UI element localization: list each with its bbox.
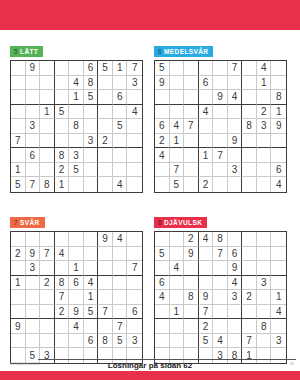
sudoku-cell[interactable] (69, 177, 84, 192)
sudoku-cell[interactable] (184, 76, 199, 91)
sudoku-cell[interactable]: 1 (69, 261, 84, 276)
sudoku-cell[interactable] (184, 319, 199, 334)
sudoku-cell[interactable]: 9 (69, 305, 84, 320)
sudoku-cell[interactable] (127, 90, 142, 105)
sudoku-cell[interactable] (69, 334, 84, 349)
sudoku-cell[interactable] (55, 76, 70, 91)
sudoku-cell[interactable] (55, 261, 70, 276)
sudoku-cell[interactable]: 3 (69, 148, 84, 163)
sudoku-cell[interactable] (170, 276, 185, 291)
sudoku-cell[interactable] (184, 105, 199, 120)
sudoku-cell[interactable] (40, 61, 55, 76)
sudoku-cell[interactable] (271, 247, 286, 262)
sudoku-cell[interactable] (127, 177, 142, 192)
sudoku-cell[interactable]: 4 (257, 61, 272, 76)
sudoku-cell[interactable]: 4 (155, 290, 170, 305)
sudoku-cell[interactable]: 3 (257, 119, 272, 134)
sudoku-cell[interactable] (242, 276, 257, 291)
sudoku-cell[interactable] (69, 247, 84, 262)
sudoku-cell[interactable]: 7 (184, 119, 199, 134)
sudoku-cell[interactable]: 7 (127, 261, 142, 276)
sudoku-cell[interactable] (69, 134, 84, 149)
sudoku-cell[interactable] (242, 232, 257, 247)
sudoku-cell[interactable] (170, 334, 185, 349)
sudoku-cell[interactable] (127, 276, 142, 291)
sudoku-cell[interactable] (98, 119, 113, 134)
sudoku-cell[interactable] (170, 247, 185, 262)
sudoku-cell[interactable]: 2 (184, 232, 199, 247)
sudoku-cell[interactable] (228, 148, 243, 163)
sudoku-cell[interactable] (40, 232, 55, 247)
sudoku-cell[interactable] (184, 261, 199, 276)
sudoku-cell[interactable] (257, 290, 272, 305)
sudoku-cell[interactable]: 4 (271, 177, 286, 192)
sudoku-cell[interactable]: 6 (199, 76, 214, 91)
sudoku-cell[interactable] (55, 90, 70, 105)
sudoku-cell[interactable] (170, 319, 185, 334)
sudoku-cell[interactable] (184, 90, 199, 105)
sudoku-cell[interactable]: 5 (69, 163, 84, 178)
sudoku-cell[interactable] (98, 290, 113, 305)
sudoku-cell[interactable]: 6 (155, 276, 170, 291)
sudoku-cell[interactable] (242, 76, 257, 91)
sudoku-cell[interactable] (228, 177, 243, 192)
sudoku-cell[interactable] (213, 61, 228, 76)
sudoku-cell[interactable] (113, 290, 128, 305)
sudoku-cell[interactable] (213, 177, 228, 192)
sudoku-cell[interactable]: 1 (55, 177, 70, 192)
sudoku-cell[interactable] (257, 232, 272, 247)
sudoku-cell[interactable] (113, 148, 128, 163)
sudoku-cell[interactable]: 7 (213, 148, 228, 163)
sudoku-cell[interactable] (184, 305, 199, 320)
sudoku-cell[interactable]: 5 (155, 61, 170, 76)
sudoku-cell[interactable] (242, 105, 257, 120)
sudoku-cell[interactable] (113, 305, 128, 320)
sudoku-cell[interactable] (127, 232, 142, 247)
sudoku-cell[interactable] (69, 290, 84, 305)
sudoku-cell[interactable]: 9 (155, 76, 170, 91)
sudoku-cell[interactable]: 4 (69, 76, 84, 91)
sudoku-cell[interactable]: 1 (69, 90, 84, 105)
sudoku-cell[interactable] (40, 319, 55, 334)
sudoku-cell[interactable]: 7 (213, 247, 228, 262)
sudoku-cell[interactable]: 4 (113, 177, 128, 192)
sudoku-cell[interactable] (40, 305, 55, 320)
sudoku-cell[interactable] (257, 247, 272, 262)
sudoku-cell[interactable]: 9 (26, 61, 41, 76)
sudoku-cell[interactable] (26, 276, 41, 291)
sudoku-cell[interactable] (84, 148, 99, 163)
sudoku-cell[interactable] (184, 334, 199, 349)
sudoku-cell[interactable] (199, 163, 214, 178)
sudoku-cell[interactable]: 1 (11, 163, 26, 178)
sudoku-cell[interactable] (184, 163, 199, 178)
sudoku-cell[interactable] (55, 119, 70, 134)
sudoku-cell[interactable]: 5 (155, 247, 170, 262)
sudoku-cell[interactable] (26, 76, 41, 91)
sudoku-cell[interactable]: 1 (257, 76, 272, 91)
sudoku-cell[interactable] (155, 177, 170, 192)
sudoku-cell[interactable]: 6 (69, 276, 84, 291)
sudoku-cell[interactable] (257, 305, 272, 320)
sudoku-cell[interactable]: 4 (170, 261, 185, 276)
sudoku-cell[interactable]: 7 (127, 61, 142, 76)
sudoku-cell[interactable]: 8 (242, 119, 257, 134)
sudoku-cell[interactable] (213, 119, 228, 134)
sudoku-cell[interactable] (213, 76, 228, 91)
sudoku-cell[interactable]: 5 (55, 105, 70, 120)
sudoku-cell[interactable] (257, 334, 272, 349)
sudoku-cell[interactable] (242, 134, 257, 149)
sudoku-cell[interactable] (84, 247, 99, 262)
sudoku-cell[interactable]: 2 (40, 276, 55, 291)
sudoku-cell[interactable]: 5 (170, 177, 185, 192)
sudoku-cell[interactable] (84, 163, 99, 178)
sudoku-cell[interactable] (155, 163, 170, 178)
sudoku-cell[interactable] (55, 134, 70, 149)
sudoku-cell[interactable] (11, 305, 26, 320)
sudoku-cell[interactable] (98, 163, 113, 178)
sudoku-cell[interactable] (242, 177, 257, 192)
sudoku-cell[interactable] (213, 290, 228, 305)
sudoku-cell[interactable] (199, 90, 214, 105)
sudoku-cell[interactable] (11, 148, 26, 163)
sudoku-cell[interactable] (242, 90, 257, 105)
sudoku-cell[interactable] (199, 247, 214, 262)
sudoku-cell[interactable] (242, 261, 257, 276)
sudoku-cell[interactable]: 4 (170, 119, 185, 134)
sudoku-cell[interactable] (26, 305, 41, 320)
sudoku-cell[interactable]: 3 (26, 261, 41, 276)
sudoku-cell[interactable] (11, 119, 26, 134)
sudoku-cell[interactable] (170, 105, 185, 120)
sudoku-cell[interactable] (11, 290, 26, 305)
sudoku-cell[interactable] (69, 232, 84, 247)
sudoku-cell[interactable] (257, 177, 272, 192)
sudoku-cell[interactable] (127, 163, 142, 178)
sudoku-cell[interactable] (170, 232, 185, 247)
sudoku-cell[interactable] (40, 163, 55, 178)
sudoku-cell[interactable]: 9 (228, 261, 243, 276)
sudoku-cell[interactable]: 8 (98, 334, 113, 349)
sudoku-cell[interactable]: 8 (184, 290, 199, 305)
sudoku-cell[interactable] (155, 232, 170, 247)
sudoku-cell[interactable] (113, 76, 128, 91)
sudoku-cell[interactable]: 1 (40, 105, 55, 120)
sudoku-cell[interactable]: 2 (55, 305, 70, 320)
sudoku-cell[interactable] (55, 61, 70, 76)
sudoku-cell[interactable] (84, 119, 99, 134)
sudoku-cell[interactable]: 1 (113, 61, 128, 76)
sudoku-cell[interactable]: 8 (69, 119, 84, 134)
sudoku-cell[interactable] (40, 334, 55, 349)
sudoku-cell[interactable]: 8 (55, 276, 70, 291)
sudoku-cell[interactable]: 3 (257, 276, 272, 291)
sudoku-cell[interactable] (127, 148, 142, 163)
sudoku-cell[interactable] (271, 148, 286, 163)
sudoku-cell[interactable]: 5 (113, 119, 128, 134)
sudoku-cell[interactable] (271, 134, 286, 149)
sudoku-cell[interactable] (40, 290, 55, 305)
sudoku-cell[interactable]: 7 (170, 163, 185, 178)
sudoku-cell[interactable] (55, 232, 70, 247)
sudoku-cell[interactable]: 9 (271, 119, 286, 134)
sudoku-cell[interactable] (228, 76, 243, 91)
sudoku-cell[interactable] (40, 148, 55, 163)
sudoku-cell[interactable]: 9 (11, 319, 26, 334)
sudoku-cell[interactable] (84, 261, 99, 276)
sudoku-cell[interactable] (257, 134, 272, 149)
sudoku-cell[interactable] (11, 232, 26, 247)
sudoku-cell[interactable] (155, 261, 170, 276)
sudoku-cell[interactable]: 6 (155, 119, 170, 134)
sudoku-cell[interactable] (127, 290, 142, 305)
sudoku-cell[interactable] (242, 163, 257, 178)
sudoku-cell[interactable] (271, 276, 286, 291)
sudoku-cell[interactable]: 5 (84, 90, 99, 105)
sudoku-cell[interactable] (26, 105, 41, 120)
sudoku-cell[interactable] (271, 232, 286, 247)
sudoku-cell[interactable]: 2 (155, 134, 170, 149)
sudoku-cell[interactable]: 6 (26, 148, 41, 163)
sudoku-cell[interactable]: 9 (184, 247, 199, 262)
sudoku-cell[interactable] (98, 76, 113, 91)
sudoku-cell[interactable] (242, 247, 257, 262)
sudoku-cell[interactable]: 9 (228, 134, 243, 149)
sudoku-cell[interactable]: 1 (199, 148, 214, 163)
sudoku-cell[interactable]: 2 (199, 177, 214, 192)
sudoku-cell[interactable]: 7 (228, 61, 243, 76)
sudoku-cell[interactable] (26, 163, 41, 178)
sudoku-cell[interactable]: 1 (271, 105, 286, 120)
sudoku-cell[interactable] (170, 148, 185, 163)
sudoku-cell[interactable] (155, 305, 170, 320)
sudoku-cell[interactable]: 1 (170, 305, 185, 320)
sudoku-cell[interactable]: 5 (84, 305, 99, 320)
sudoku-cell[interactable] (228, 105, 243, 120)
sudoku-cell[interactable] (213, 261, 228, 276)
sudoku-cell[interactable] (257, 90, 272, 105)
sudoku-cell[interactable]: 3 (228, 290, 243, 305)
sudoku-cell[interactable] (228, 319, 243, 334)
sudoku-cell[interactable]: 8 (55, 148, 70, 163)
sudoku-cell[interactable] (155, 334, 170, 349)
sudoku-cell[interactable] (98, 261, 113, 276)
sudoku-cell[interactable] (257, 163, 272, 178)
sudoku-cell[interactable]: 9 (199, 290, 214, 305)
sudoku-cell[interactable]: 9 (213, 90, 228, 105)
sudoku-cell[interactable]: 5 (113, 334, 128, 349)
sudoku-cell[interactable] (127, 319, 142, 334)
sudoku-cell[interactable]: 6 (228, 247, 243, 262)
sudoku-cell[interactable] (127, 247, 142, 262)
sudoku-cell[interactable] (242, 319, 257, 334)
sudoku-cell[interactable] (11, 61, 26, 76)
sudoku-cell[interactable]: 3 (127, 334, 142, 349)
sudoku-cell[interactable]: 2 (199, 319, 214, 334)
sudoku-cell[interactable] (84, 177, 99, 192)
sudoku-cell[interactable] (55, 334, 70, 349)
sudoku-cell[interactable] (155, 90, 170, 105)
sudoku-cell[interactable] (213, 134, 228, 149)
sudoku-cell[interactable] (271, 61, 286, 76)
sudoku-cell[interactable]: 6 (84, 61, 99, 76)
sudoku-cell[interactable] (170, 61, 185, 76)
sudoku-cell[interactable] (98, 148, 113, 163)
sudoku-cell[interactable] (11, 105, 26, 120)
sudoku-cell[interactable] (199, 134, 214, 149)
sudoku-cell[interactable] (84, 105, 99, 120)
sudoku-cell[interactable] (98, 276, 113, 291)
sudoku-cell[interactable] (199, 61, 214, 76)
sudoku-cell[interactable]: 3 (84, 134, 99, 149)
sudoku-cell[interactable]: 4 (271, 305, 286, 320)
sudoku-cell[interactable] (40, 134, 55, 149)
sudoku-cell[interactable] (170, 290, 185, 305)
sudoku-cell[interactable] (40, 76, 55, 91)
sudoku-cell[interactable] (184, 134, 199, 149)
sudoku-cell[interactable]: 4 (127, 105, 142, 120)
sudoku-cell[interactable] (11, 261, 26, 276)
sudoku-cell[interactable] (84, 232, 99, 247)
sudoku-cell[interactable] (55, 319, 70, 334)
sudoku-cell[interactable]: 1 (11, 276, 26, 291)
sudoku-cell[interactable]: 7 (40, 247, 55, 262)
sudoku-cell[interactable] (155, 319, 170, 334)
sudoku-cell[interactable] (11, 90, 26, 105)
sudoku-cell[interactable] (184, 148, 199, 163)
sudoku-cell[interactable] (170, 76, 185, 91)
sudoku-cell[interactable] (26, 232, 41, 247)
sudoku-cell[interactable]: 2 (11, 247, 26, 262)
sudoku-cell[interactable]: 7 (199, 305, 214, 320)
sudoku-cell[interactable] (155, 105, 170, 120)
sudoku-cell[interactable]: 4 (199, 105, 214, 120)
sudoku-cell[interactable] (98, 319, 113, 334)
sudoku-cell[interactable] (228, 232, 243, 247)
sudoku-cell[interactable] (242, 61, 257, 76)
sudoku-cell[interactable]: 8 (84, 76, 99, 91)
sudoku-cell[interactable] (127, 134, 142, 149)
sudoku-cell[interactable] (228, 334, 243, 349)
sudoku-cell[interactable]: 2 (98, 134, 113, 149)
sudoku-cell[interactable] (199, 261, 214, 276)
sudoku-cell[interactable] (184, 61, 199, 76)
sudoku-cell[interactable]: 4 (55, 247, 70, 262)
sudoku-cell[interactable] (257, 261, 272, 276)
sudoku-cell[interactable] (98, 177, 113, 192)
sudoku-cell[interactable] (127, 119, 142, 134)
sudoku-cell[interactable] (113, 276, 128, 291)
sudoku-cell[interactable]: 1 (170, 134, 185, 149)
sudoku-cell[interactable]: 4 (84, 276, 99, 291)
sudoku-cell[interactable]: 6 (113, 90, 128, 105)
sudoku-cell[interactable]: 1 (84, 290, 99, 305)
sudoku-cell[interactable] (170, 90, 185, 105)
sudoku-cell[interactable] (113, 163, 128, 178)
sudoku-cell[interactable] (271, 76, 286, 91)
sudoku-cell[interactable]: 6 (127, 305, 142, 320)
sudoku-cell[interactable] (113, 261, 128, 276)
sudoku-cell[interactable] (26, 134, 41, 149)
sudoku-cell[interactable] (69, 61, 84, 76)
sudoku-cell[interactable]: 8 (213, 232, 228, 247)
sudoku-cell[interactable] (199, 276, 214, 291)
sudoku-cell[interactable] (213, 105, 228, 120)
sudoku-cell[interactable]: 4 (228, 90, 243, 105)
sudoku-cell[interactable] (40, 90, 55, 105)
sudoku-cell[interactable] (271, 261, 286, 276)
sudoku-cell[interactable]: 9 (26, 247, 41, 262)
sudoku-cell[interactable] (98, 90, 113, 105)
sudoku-cell[interactable] (113, 134, 128, 149)
sudoku-cell[interactable]: 6 (84, 334, 99, 349)
sudoku-cell[interactable]: 4 (213, 334, 228, 349)
sudoku-cell[interactable]: 5 (199, 334, 214, 349)
sudoku-cell[interactable] (11, 334, 26, 349)
sudoku-cell[interactable] (40, 261, 55, 276)
sudoku-cell[interactable] (228, 119, 243, 134)
sudoku-cell[interactable]: 4 (113, 232, 128, 247)
sudoku-cell[interactable] (98, 247, 113, 262)
sudoku-cell[interactable]: 8 (271, 90, 286, 105)
sudoku-cell[interactable] (184, 177, 199, 192)
sudoku-cell[interactable] (26, 319, 41, 334)
sudoku-cell[interactable]: 4 (228, 276, 243, 291)
sudoku-cell[interactable]: 7 (11, 134, 26, 149)
sudoku-cell[interactable] (184, 276, 199, 291)
sudoku-cell[interactable] (213, 163, 228, 178)
sudoku-cell[interactable]: 3 (228, 163, 243, 178)
sudoku-cell[interactable] (213, 319, 228, 334)
sudoku-cell[interactable] (271, 319, 286, 334)
sudoku-cell[interactable]: 2 (242, 290, 257, 305)
sudoku-cell[interactable] (98, 105, 113, 120)
sudoku-cell[interactable] (113, 247, 128, 262)
sudoku-cell[interactable]: 9 (98, 232, 113, 247)
sudoku-cell[interactable] (26, 334, 41, 349)
sudoku-cell[interactable]: 1 (271, 290, 286, 305)
sudoku-cell[interactable] (228, 305, 243, 320)
sudoku-cell[interactable]: 7 (55, 290, 70, 305)
sudoku-cell[interactable] (242, 305, 257, 320)
sudoku-cell[interactable] (242, 148, 257, 163)
sudoku-cell[interactable] (26, 290, 41, 305)
sudoku-cell[interactable] (69, 105, 84, 120)
sudoku-cell[interactable]: 7 (242, 334, 257, 349)
sudoku-cell[interactable] (11, 76, 26, 91)
sudoku-cell[interactable]: 7 (26, 177, 41, 192)
sudoku-cell[interactable] (257, 148, 272, 163)
sudoku-cell[interactable]: 2 (257, 105, 272, 120)
sudoku-cell[interactable] (113, 105, 128, 120)
sudoku-cell[interactable]: 4 (155, 148, 170, 163)
sudoku-cell[interactable]: 7 (113, 319, 128, 334)
sudoku-cell[interactable]: 4 (69, 319, 84, 334)
sudoku-cell[interactable] (213, 276, 228, 291)
sudoku-cell[interactable] (199, 119, 214, 134)
sudoku-cell[interactable]: 5 (98, 61, 113, 76)
sudoku-cell[interactable] (40, 119, 55, 134)
sudoku-cell[interactable] (84, 319, 99, 334)
sudoku-cell[interactable]: 6 (271, 163, 286, 178)
sudoku-cell[interactable] (26, 90, 41, 105)
sudoku-cell[interactable]: 8 (257, 319, 272, 334)
sudoku-cell[interactable]: 5 (11, 177, 26, 192)
sudoku-cell[interactable] (213, 305, 228, 320)
sudoku-cell[interactable]: 4 (199, 232, 214, 247)
